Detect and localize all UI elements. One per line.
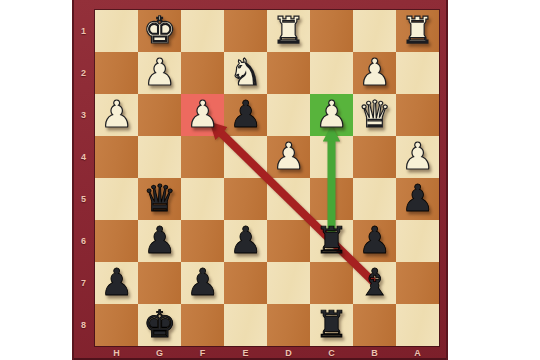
square-f3[interactable]	[181, 94, 224, 136]
square-b3[interactable]	[353, 94, 396, 136]
square-f8[interactable]	[181, 304, 224, 346]
square-c5[interactable]	[310, 178, 353, 220]
square-b6[interactable]	[353, 220, 396, 262]
chess-board: ♚♜♜♟♞♟♟♟♟♟♛♟♟♛♟♟♟♜♟♟♟♝♚♜	[95, 10, 439, 346]
square-b1[interactable]	[353, 10, 396, 52]
square-g2[interactable]	[138, 52, 181, 94]
square-d6[interactable]	[267, 220, 310, 262]
square-d8[interactable]	[267, 304, 310, 346]
square-c4[interactable]	[310, 136, 353, 178]
square-a3[interactable]	[396, 94, 439, 136]
file-label-h: H	[95, 346, 138, 359]
square-g3[interactable]	[138, 94, 181, 136]
file-label-a: A	[396, 346, 439, 359]
square-d5[interactable]	[267, 178, 310, 220]
square-f5[interactable]	[181, 178, 224, 220]
square-h4[interactable]	[95, 136, 138, 178]
square-e5[interactable]	[224, 178, 267, 220]
rank-label-7: 7	[72, 262, 95, 304]
square-h8[interactable]	[95, 304, 138, 346]
square-c2[interactable]	[310, 52, 353, 94]
square-b2[interactable]	[353, 52, 396, 94]
square-d2[interactable]	[267, 52, 310, 94]
square-h5[interactable]	[95, 178, 138, 220]
square-h1[interactable]	[95, 10, 138, 52]
square-a1[interactable]	[396, 10, 439, 52]
square-a4[interactable]	[396, 136, 439, 178]
square-h7[interactable]	[95, 262, 138, 304]
square-g5[interactable]	[138, 178, 181, 220]
square-c6[interactable]	[310, 220, 353, 262]
file-label-e: E	[224, 346, 267, 359]
file-label-b: B	[353, 346, 396, 359]
square-e8[interactable]	[224, 304, 267, 346]
square-d3[interactable]	[267, 94, 310, 136]
file-label-d: D	[267, 346, 310, 359]
square-e4[interactable]	[224, 136, 267, 178]
rank-label-1: 1	[72, 10, 95, 52]
square-h3[interactable]	[95, 94, 138, 136]
square-g1[interactable]	[138, 10, 181, 52]
rank-label-5: 5	[72, 178, 95, 220]
square-d1[interactable]	[267, 10, 310, 52]
square-e3[interactable]	[224, 94, 267, 136]
square-f7[interactable]	[181, 262, 224, 304]
rank-label-3: 3	[72, 94, 95, 136]
rank-label-8: 8	[72, 304, 95, 346]
square-e2[interactable]	[224, 52, 267, 94]
square-a6[interactable]	[396, 220, 439, 262]
square-c7[interactable]	[310, 262, 353, 304]
square-c3[interactable]	[310, 94, 353, 136]
square-a8[interactable]	[396, 304, 439, 346]
square-a7[interactable]	[396, 262, 439, 304]
rank-label-4: 4	[72, 136, 95, 178]
square-g4[interactable]	[138, 136, 181, 178]
square-g7[interactable]	[138, 262, 181, 304]
square-c1[interactable]	[310, 10, 353, 52]
file-label-g: G	[138, 346, 181, 359]
rank-label-2: 2	[72, 52, 95, 94]
file-label-c: C	[310, 346, 353, 359]
square-a5[interactable]	[396, 178, 439, 220]
square-b4[interactable]	[353, 136, 396, 178]
square-e6[interactable]	[224, 220, 267, 262]
board-squares	[95, 10, 439, 346]
square-b8[interactable]	[353, 304, 396, 346]
chess-diagram: 12345678 HGFEDCBA ♚♜♜♟♞♟♟♟♟♟♛♟♟♛♟♟♟♜♟♟♟♝…	[0, 0, 540, 360]
file-label-f: F	[181, 346, 224, 359]
square-g6[interactable]	[138, 220, 181, 262]
square-d7[interactable]	[267, 262, 310, 304]
square-h2[interactable]	[95, 52, 138, 94]
square-f1[interactable]	[181, 10, 224, 52]
square-d4[interactable]	[267, 136, 310, 178]
board-frame: 12345678 HGFEDCBA ♚♜♜♟♞♟♟♟♟♟♛♟♟♛♟♟♟♜♟♟♟♝…	[72, 0, 448, 360]
square-f2[interactable]	[181, 52, 224, 94]
square-f6[interactable]	[181, 220, 224, 262]
square-g8[interactable]	[138, 304, 181, 346]
square-b5[interactable]	[353, 178, 396, 220]
square-c8[interactable]	[310, 304, 353, 346]
square-a2[interactable]	[396, 52, 439, 94]
square-f4[interactable]	[181, 136, 224, 178]
square-b7[interactable]	[353, 262, 396, 304]
rank-label-6: 6	[72, 220, 95, 262]
square-e7[interactable]	[224, 262, 267, 304]
square-h6[interactable]	[95, 220, 138, 262]
square-e1[interactable]	[224, 10, 267, 52]
